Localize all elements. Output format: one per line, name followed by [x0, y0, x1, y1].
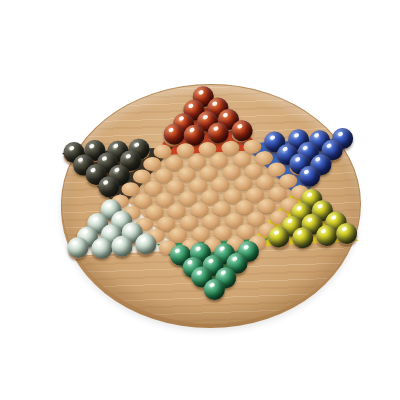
board-hole[interactable] [291, 234, 314, 247]
board-hole[interactable] [134, 242, 157, 255]
board-hole[interactable] [268, 235, 291, 248]
board-hole[interactable] [336, 231, 359, 244]
product-photo [0, 0, 400, 400]
board-hole[interactable] [89, 244, 112, 257]
board-hole[interactable] [203, 286, 226, 299]
board-hole[interactable] [111, 243, 134, 256]
star-grid [59, 87, 362, 306]
board-hole[interactable] [299, 173, 322, 186]
board-hole[interactable] [313, 232, 336, 245]
board-hole[interactable] [66, 245, 89, 258]
marble-white[interactable] [90, 237, 112, 259]
marble-yellow[interactable] [291, 226, 313, 248]
marble-blue[interactable] [298, 165, 320, 187]
